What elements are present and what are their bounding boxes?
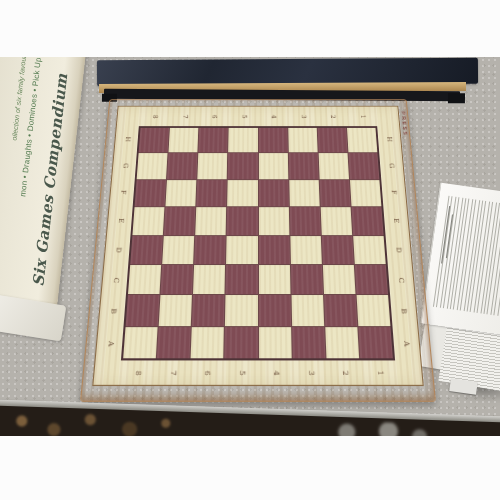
letterbox-bottom (0, 436, 500, 500)
rank-labels-bottom: 87654321 (119, 362, 397, 384)
square-b5 (225, 295, 257, 325)
file-label-right-b: B (399, 309, 407, 314)
rank-label-top-2: 2 (329, 115, 336, 119)
square-b7 (159, 295, 192, 325)
square-e3 (289, 207, 320, 234)
rank-label-top-3: 3 (299, 115, 305, 119)
square-a6 (191, 327, 224, 359)
square-g2 (318, 153, 348, 179)
square-f8 (135, 180, 167, 206)
square-d6 (194, 236, 226, 264)
file-label-right-c: C (397, 277, 404, 282)
file-label-left-d: D (114, 247, 121, 252)
square-g6 (198, 153, 228, 179)
square-e5 (227, 207, 258, 234)
square-g1 (348, 153, 379, 179)
square-e1 (351, 207, 383, 234)
square-h8 (139, 128, 169, 153)
square-c2 (323, 265, 356, 294)
square-b2 (324, 295, 357, 325)
square-b8 (126, 295, 160, 325)
square-c1 (355, 265, 388, 294)
square-e8 (132, 207, 164, 234)
square-c3 (291, 265, 323, 294)
screenshot: Six Games Compendium mon • Draughts • Do… (0, 0, 500, 500)
chess-board-squares (121, 126, 395, 360)
file-label-right-h: H (385, 136, 392, 141)
file-label-right-e: E (392, 218, 399, 223)
board-frame: PRESS 87654321 87654321 HGFEDCBA HGFEDCB… (80, 99, 436, 402)
square-f7 (166, 180, 197, 206)
square-c6 (193, 265, 225, 294)
square-b1 (356, 295, 390, 325)
square-b6 (192, 295, 225, 325)
file-label-left-h: H (124, 136, 131, 141)
file-label-left-c: C (112, 277, 119, 282)
square-c5 (226, 265, 258, 294)
leaflet-greeked-text (433, 196, 500, 316)
square-d8 (130, 236, 163, 264)
square-c7 (161, 265, 194, 294)
file-label-left-f: F (119, 190, 126, 194)
square-h5 (229, 128, 258, 153)
square-a3 (292, 327, 325, 359)
square-d5 (226, 236, 257, 264)
board-face: 87654321 87654321 HGFEDCBA HGFEDCBA (93, 107, 422, 385)
square-f2 (319, 180, 350, 206)
file-label-right-g: G (388, 163, 395, 168)
square-e7 (164, 207, 196, 234)
rank-label-bottom-5: 5 (237, 370, 244, 375)
photo-area: Six Games Compendium mon • Draughts • Do… (0, 57, 500, 436)
rank-label-bottom-6: 6 (202, 370, 210, 375)
rank-label-bottom-7: 7 (168, 370, 176, 375)
square-a5 (225, 327, 258, 359)
square-d7 (162, 236, 194, 264)
square-d1 (353, 236, 386, 264)
file-label-right-d: D (394, 247, 401, 252)
square-b4 (259, 295, 291, 325)
rank-label-top-7: 7 (181, 115, 188, 119)
square-h2 (317, 128, 347, 153)
rank-label-bottom-2: 2 (340, 370, 348, 375)
carpet-rope-texture (0, 408, 181, 436)
square-d4 (258, 236, 289, 264)
rank-label-top-8: 8 (151, 115, 158, 119)
rank-label-bottom-4: 4 (272, 370, 279, 375)
square-b3 (291, 295, 324, 325)
rank-label-bottom-8: 8 (133, 370, 141, 375)
square-f4 (258, 180, 288, 206)
square-f6 (197, 180, 228, 206)
square-a4 (259, 327, 292, 359)
rank-label-top-4: 4 (270, 115, 276, 119)
floor-gray-patches (326, 420, 431, 436)
square-a2 (325, 327, 359, 359)
file-label-left-g: G (122, 163, 129, 168)
instruction-leaflet-top (421, 182, 500, 335)
square-g4 (258, 153, 288, 179)
square-h3 (288, 128, 317, 153)
square-f5 (228, 180, 258, 206)
file-label-right-a: A (402, 341, 410, 346)
square-d2 (322, 236, 354, 264)
file-label-right-f: F (390, 190, 397, 194)
square-a1 (358, 327, 393, 359)
square-f1 (350, 180, 382, 206)
letterbox-top (0, 0, 500, 57)
square-c8 (128, 265, 161, 294)
six-games-compendium-box: Six Games Compendium mon • Draughts • Do… (0, 57, 86, 312)
press-label: PRESS (401, 111, 409, 136)
file-label-left-a: A (106, 341, 114, 346)
square-f3 (289, 180, 320, 206)
chess-board: PRESS 87654321 87654321 HGFEDCBA HGFEDCB… (80, 99, 436, 402)
rank-labels-top: 87654321 (139, 107, 377, 125)
square-g5 (228, 153, 258, 179)
square-e2 (320, 207, 352, 234)
rank-label-top-6: 6 (210, 115, 216, 119)
square-h4 (258, 128, 287, 153)
square-h1 (347, 128, 377, 153)
rank-label-top-5: 5 (240, 115, 246, 119)
square-c4 (258, 265, 290, 294)
square-e6 (195, 207, 226, 234)
square-g8 (137, 153, 168, 179)
file-label-left-e: E (117, 218, 124, 223)
file-label-left-b: B (109, 309, 117, 314)
square-g7 (167, 153, 197, 179)
rank-label-bottom-3: 3 (306, 370, 314, 375)
square-a8 (123, 327, 158, 359)
rank-label-bottom-1: 1 (375, 370, 383, 375)
rank-label-top-1: 1 (358, 115, 365, 119)
square-h7 (169, 128, 199, 153)
square-a7 (157, 327, 191, 359)
square-e4 (258, 207, 289, 234)
square-g3 (288, 153, 318, 179)
square-h6 (199, 128, 228, 153)
square-d3 (290, 236, 322, 264)
